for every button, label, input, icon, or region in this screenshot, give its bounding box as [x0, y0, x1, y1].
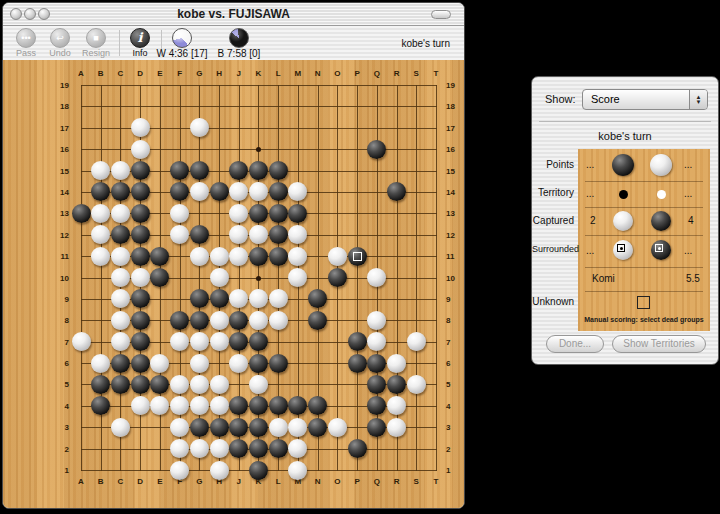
column-label-top: H [213, 69, 225, 78]
go-stone-F2[interactable] [170, 439, 189, 458]
go-stone-Q4[interactable] [367, 396, 386, 415]
captured-row-label: Captured [532, 215, 574, 226]
row-divider [585, 235, 703, 236]
go-stone-J9[interactable] [229, 289, 248, 308]
go-stone-F12[interactable] [170, 225, 189, 244]
hoshi-point [256, 147, 261, 152]
go-stone-L13[interactable] [269, 204, 288, 223]
go-stone-C11[interactable] [111, 247, 130, 266]
go-stone-M10[interactable] [288, 268, 307, 287]
black-clock: B 7:58 [0] [211, 28, 267, 59]
row-label-right: 10 [446, 274, 462, 283]
popup-arrows-icon: ▲▼ [689, 90, 707, 109]
captured-white-count: 2 [590, 215, 596, 226]
go-stone-F15[interactable] [170, 161, 189, 180]
column-label-top: G [193, 69, 205, 78]
go-stone-D7[interactable] [131, 332, 150, 351]
go-stone-N3[interactable] [308, 418, 327, 437]
column-label-top: T [430, 69, 442, 78]
go-stone-J4[interactable] [229, 396, 248, 415]
row-label-left: 15 [53, 167, 69, 176]
go-stone-F7[interactable] [170, 332, 189, 351]
go-stone-D8[interactable] [131, 311, 150, 330]
square-marker-icon [655, 244, 663, 252]
go-stone-K11[interactable] [249, 247, 268, 266]
go-stone-C15[interactable] [111, 161, 130, 180]
row-label-left: 4 [53, 402, 69, 411]
points-white-stone [650, 154, 672, 176]
show-popup-value: Score [591, 93, 620, 105]
column-label-top: A [75, 69, 87, 78]
row-label-left: 7 [53, 338, 69, 347]
go-stone-H5[interactable] [210, 375, 229, 394]
go-stone-K8[interactable] [249, 311, 268, 330]
column-label-bottom: B [95, 477, 107, 486]
column-label-top: F [174, 69, 186, 78]
score-table: ... ... ... ... 2 4 ... ... Komi 5.5 Man… [578, 149, 710, 331]
black-clock-icon [229, 28, 249, 48]
go-stone-C9[interactable] [111, 289, 130, 308]
go-stone-E4[interactable] [150, 396, 169, 415]
points-row-label: Points [532, 159, 574, 170]
column-label-bottom: J [233, 477, 245, 486]
row-divider [585, 291, 703, 292]
go-stone-D4[interactable] [131, 396, 150, 415]
go-stone-F14[interactable] [170, 182, 189, 201]
go-stone-F5[interactable] [170, 375, 189, 394]
go-stone-D6[interactable] [131, 354, 150, 373]
go-stone-B14[interactable] [91, 182, 110, 201]
toolbar-toggle-button[interactable] [431, 10, 451, 19]
go-stone-G8[interactable] [190, 311, 209, 330]
unknown-row-label: Unknown [532, 296, 574, 307]
column-label-top: D [134, 69, 146, 78]
go-stone-O11[interactable] [328, 247, 347, 266]
column-label-bottom: Q [371, 477, 383, 486]
row-label-right: 12 [446, 231, 462, 240]
undo-icon: ↩ [50, 28, 70, 48]
row-label-right: 9 [446, 295, 462, 304]
go-stone-D13[interactable] [131, 204, 150, 223]
column-label-top: Q [371, 69, 383, 78]
column-label-bottom: P [351, 477, 363, 486]
square-marker-icon [617, 244, 625, 252]
go-stone-G14[interactable] [190, 182, 209, 201]
row-label-right: 5 [446, 380, 462, 389]
go-stone-H3[interactable] [210, 418, 229, 437]
go-stone-L3[interactable] [269, 418, 288, 437]
go-stone-G6[interactable] [190, 354, 209, 373]
go-stone-G15[interactable] [190, 161, 209, 180]
go-stone-L9[interactable] [269, 289, 288, 308]
go-stone-J11[interactable] [229, 247, 248, 266]
go-stone-S7[interactable] [407, 332, 426, 351]
row-label-left: 6 [53, 359, 69, 368]
go-stone-H2[interactable] [210, 439, 229, 458]
go-stone-R5[interactable] [387, 375, 406, 394]
territory-row-label: Territory [532, 187, 574, 198]
go-stone-D10[interactable] [131, 268, 150, 287]
pass-icon: ••• [16, 28, 36, 48]
go-stone-M2[interactable] [288, 439, 307, 458]
grid-line-v [357, 85, 358, 471]
go-stone-P11[interactable] [348, 247, 367, 266]
go-stone-R4[interactable] [387, 396, 406, 415]
go-stone-K9[interactable] [249, 289, 268, 308]
surrounded-left-value: ... [586, 245, 594, 256]
go-stone-G2[interactable] [190, 439, 209, 458]
go-stone-L4[interactable] [269, 396, 288, 415]
go-stone-C13[interactable] [111, 204, 130, 223]
go-stone-R6[interactable] [387, 354, 406, 373]
captured-white-stone [613, 211, 633, 231]
row-label-left: 5 [53, 380, 69, 389]
go-stone-E6[interactable] [150, 354, 169, 373]
go-stone-K7[interactable] [249, 332, 268, 351]
points-white-value: ... [684, 159, 692, 170]
score-panel: Show: Score ▲▼ kobe's turn ... ... ... .… [531, 76, 719, 365]
go-stone-B12[interactable] [91, 225, 110, 244]
go-stone-H8[interactable] [210, 311, 229, 330]
komi-value: 5.5 [686, 273, 700, 284]
row-label-left: 13 [53, 209, 69, 218]
row-label-left: 17 [53, 124, 69, 133]
go-stone-B13[interactable] [91, 204, 110, 223]
go-stone-H1[interactable] [210, 461, 229, 480]
go-stone-Q10[interactable] [367, 268, 386, 287]
white-clock-icon [172, 28, 192, 48]
go-stone-J14[interactable] [229, 182, 248, 201]
go-stone-N8[interactable] [308, 311, 327, 330]
go-stone-O10[interactable] [328, 268, 347, 287]
go-stone-Q7[interactable] [367, 332, 386, 351]
captured-black-count: 4 [688, 215, 694, 226]
go-stone-L14[interactable] [269, 182, 288, 201]
column-label-top: E [154, 69, 166, 78]
row-label-right: 1 [446, 466, 462, 475]
go-stone-J7[interactable] [229, 332, 248, 351]
go-stone-Q6[interactable] [367, 354, 386, 373]
go-stone-K5[interactable] [249, 375, 268, 394]
territory-black-dot [619, 190, 628, 199]
go-stone-B11[interactable] [91, 247, 110, 266]
go-stone-L2[interactable] [269, 439, 288, 458]
row-label-left: 12 [53, 231, 69, 240]
go-stone-B6[interactable] [91, 354, 110, 373]
go-stone-M12[interactable] [288, 225, 307, 244]
go-stone-A7[interactable] [72, 332, 91, 351]
captured-black-stone [651, 211, 671, 231]
surrounded-right-value: ... [684, 245, 692, 256]
go-stone-Q3[interactable] [367, 418, 386, 437]
go-stone-G4[interactable] [190, 396, 209, 415]
column-label-top: K [252, 69, 264, 78]
row-label-left: 16 [53, 145, 69, 154]
go-stone-G5[interactable] [190, 375, 209, 394]
info-label: Info [132, 48, 147, 58]
column-label-top: L [272, 69, 284, 78]
go-stone-F1[interactable] [170, 461, 189, 480]
row-label-right: 13 [446, 209, 462, 218]
komi-label: Komi [592, 273, 615, 284]
go-stone-G3[interactable] [190, 418, 209, 437]
row-label-left: 14 [53, 188, 69, 197]
go-stone-C3[interactable] [111, 418, 130, 437]
points-black-value: ... [586, 159, 594, 170]
go-stone-D12[interactable] [131, 225, 150, 244]
toolbar: ••• Pass ↩ Undo ■ Resign i Info W 4:36 [… [3, 26, 464, 61]
column-label-bottom: D [134, 477, 146, 486]
territory-white-value: ... [684, 188, 692, 199]
row-label-right: 18 [446, 102, 462, 111]
go-stone-M13[interactable] [288, 204, 307, 223]
row-label-right: 6 [446, 359, 462, 368]
go-stone-P6[interactable] [348, 354, 367, 373]
go-stone-K3[interactable] [249, 418, 268, 437]
go-stone-B5[interactable] [91, 375, 110, 394]
black-clock-text: B 7:58 [0] [218, 48, 261, 59]
go-stone-C7[interactable] [111, 332, 130, 351]
row-label-left: 18 [53, 102, 69, 111]
column-label-top: N [312, 69, 324, 78]
go-stone-R3[interactable] [387, 418, 406, 437]
go-stone-D15[interactable] [131, 161, 150, 180]
column-label-bottom: A [75, 477, 87, 486]
territory-black-value: ... [586, 188, 594, 199]
go-stone-L6[interactable] [269, 354, 288, 373]
column-label-top: P [351, 69, 363, 78]
go-stone-C14[interactable] [111, 182, 130, 201]
done-button[interactable]: Done... [546, 335, 604, 353]
toolbar-separator [119, 30, 120, 56]
resign-label: Resign [82, 48, 110, 58]
pass-label: Pass [16, 48, 36, 58]
go-stone-N4[interactable] [308, 396, 327, 415]
go-stone-N9[interactable] [308, 289, 327, 308]
go-stone-L12[interactable] [269, 225, 288, 244]
go-stone-K2[interactable] [249, 439, 268, 458]
go-stone-M4[interactable] [288, 396, 307, 415]
go-stone-J13[interactable] [229, 204, 248, 223]
go-stone-G7[interactable] [190, 332, 209, 351]
show-territories-button[interactable]: Show Territories [612, 335, 706, 353]
go-board[interactable]: AABBCCDDEEFFGGHHJJKKLLMMNNOOPPQQRRSSTT19… [3, 60, 464, 508]
go-stone-H10[interactable] [210, 268, 229, 287]
row-label-left: 1 [53, 466, 69, 475]
column-label-top: O [331, 69, 343, 78]
go-stone-B15[interactable] [91, 161, 110, 180]
go-stone-G12[interactable] [190, 225, 209, 244]
surrounded-white-stone [613, 240, 633, 260]
info-icon: i [130, 28, 150, 48]
column-label-bottom: L [272, 477, 284, 486]
go-stone-E5[interactable] [150, 375, 169, 394]
go-stone-A13[interactable] [72, 204, 91, 223]
go-stone-J12[interactable] [229, 225, 248, 244]
turn-indicator: kobe's turn [401, 38, 450, 49]
row-divider [585, 181, 703, 182]
column-label-top: S [410, 69, 422, 78]
go-stone-G11[interactable] [190, 247, 209, 266]
go-stone-D5[interactable] [131, 375, 150, 394]
row-divider [585, 207, 703, 208]
row-label-left: 9 [53, 295, 69, 304]
territory-white-dot [657, 190, 666, 199]
go-stone-F3[interactable] [170, 418, 189, 437]
go-stone-G9[interactable] [190, 289, 209, 308]
row-label-left: 19 [53, 81, 69, 90]
unknown-checkbox[interactable] [637, 296, 650, 309]
go-stone-L8[interactable] [269, 311, 288, 330]
go-stone-Q8[interactable] [367, 311, 386, 330]
go-stone-B4[interactable] [91, 396, 110, 415]
column-label-bottom: E [154, 477, 166, 486]
go-stone-L11[interactable] [269, 247, 288, 266]
manual-scoring-text: Manual scoring: select dead groups [578, 316, 710, 323]
resign-icon: ■ [86, 28, 106, 48]
go-stone-O3[interactable] [328, 418, 347, 437]
column-label-top: J [233, 69, 245, 78]
go-stone-Q5[interactable] [367, 375, 386, 394]
column-label-bottom: N [312, 477, 324, 486]
row-label-left: 11 [53, 252, 69, 261]
go-stone-C5[interactable] [111, 375, 130, 394]
window-title: kobe vs. FUJISAWA [3, 7, 464, 21]
surrounded-black-stone [651, 240, 671, 260]
go-stone-M11[interactable] [288, 247, 307, 266]
panel-divider [539, 121, 711, 122]
go-stone-H9[interactable] [210, 289, 229, 308]
go-stone-S5[interactable] [407, 375, 426, 394]
column-label-top: B [95, 69, 107, 78]
white-clock-text: W 4:36 [17] [156, 48, 207, 59]
undo-label: Undo [49, 48, 71, 58]
go-stone-H11[interactable] [210, 247, 229, 266]
go-stone-M1[interactable] [288, 461, 307, 480]
go-stone-P7[interactable] [348, 332, 367, 351]
row-label-right: 8 [446, 316, 462, 325]
go-stone-D11[interactable] [131, 247, 150, 266]
go-stone-J3[interactable] [229, 418, 248, 437]
go-stone-C8[interactable] [111, 311, 130, 330]
surrounded-row-label: Surrounded [532, 244, 574, 254]
column-label-top: M [292, 69, 304, 78]
row-label-right: 11 [446, 252, 462, 261]
go-stone-H4[interactable] [210, 396, 229, 415]
column-label-bottom: R [391, 477, 403, 486]
column-label-top: R [391, 69, 403, 78]
go-stone-L15[interactable] [269, 161, 288, 180]
game-window: kobe vs. FUJISAWA ••• Pass ↩ Undo ■ Resi… [2, 2, 465, 509]
go-stone-M3[interactable] [288, 418, 307, 437]
row-label-right: 4 [446, 402, 462, 411]
row-label-right: 17 [446, 124, 462, 133]
column-label-bottom: O [331, 477, 343, 486]
white-clock: W 4:36 [17] [151, 28, 213, 59]
row-label-right: 7 [446, 338, 462, 347]
resign-button[interactable]: ■ Resign [79, 28, 113, 58]
go-stone-M14[interactable] [288, 182, 307, 201]
show-popup[interactable]: Score ▲▼ [582, 89, 708, 110]
go-stone-E11[interactable] [150, 247, 169, 266]
go-stone-F13[interactable] [170, 204, 189, 223]
go-stone-F4[interactable] [170, 396, 189, 415]
go-stone-D9[interactable] [131, 289, 150, 308]
column-label-bottom: T [430, 477, 442, 486]
go-stone-G17[interactable] [190, 118, 209, 137]
go-stone-K15[interactable] [249, 161, 268, 180]
row-label-left: 10 [53, 274, 69, 283]
go-stone-E10[interactable] [150, 268, 169, 287]
pass-button[interactable]: ••• Pass [11, 28, 41, 58]
go-stone-D17[interactable] [131, 118, 150, 137]
points-black-stone [612, 154, 634, 176]
row-label-left: 8 [53, 316, 69, 325]
go-stone-J6[interactable] [229, 354, 248, 373]
go-stone-J2[interactable] [229, 439, 248, 458]
go-stone-J15[interactable] [229, 161, 248, 180]
go-stone-F8[interactable] [170, 311, 189, 330]
column-label-bottom: G [193, 477, 205, 486]
row-label-right: 16 [446, 145, 462, 154]
go-stone-C6[interactable] [111, 354, 130, 373]
show-label: Show: [545, 93, 576, 105]
go-stone-R14[interactable] [387, 182, 406, 201]
go-stone-H7[interactable] [210, 332, 229, 351]
row-label-right: 3 [446, 423, 462, 432]
go-stone-K1[interactable] [249, 461, 268, 480]
last-move-marker [353, 252, 362, 261]
go-stone-K13[interactable] [249, 204, 268, 223]
go-stone-H14[interactable] [210, 182, 229, 201]
go-stone-D16[interactable] [131, 140, 150, 159]
row-divider [585, 267, 703, 268]
column-label-bottom: C [114, 477, 126, 486]
go-stone-D14[interactable] [131, 182, 150, 201]
go-stone-K6[interactable] [249, 354, 268, 373]
hoshi-point [256, 276, 261, 281]
row-label-right: 19 [446, 81, 462, 90]
column-label-bottom: S [410, 477, 422, 486]
go-stone-P2[interactable] [348, 439, 367, 458]
row-label-left: 2 [53, 445, 69, 454]
column-label-top: C [114, 69, 126, 78]
row-label-right: 2 [446, 445, 462, 454]
go-stone-K14[interactable] [249, 182, 268, 201]
title-bar[interactable]: kobe vs. FUJISAWA [3, 3, 464, 26]
go-stone-K12[interactable] [249, 225, 268, 244]
go-stone-Q16[interactable] [367, 140, 386, 159]
go-stone-K4[interactable] [249, 396, 268, 415]
panel-turn-text: kobe's turn [532, 130, 718, 142]
row-label-left: 3 [53, 423, 69, 432]
go-stone-C12[interactable] [111, 225, 130, 244]
row-label-right: 14 [446, 188, 462, 197]
go-stone-C10[interactable] [111, 268, 130, 287]
grid-line-v [416, 85, 417, 471]
undo-button[interactable]: ↩ Undo [45, 28, 75, 58]
grid-line-v [436, 85, 437, 471]
go-stone-J8[interactable] [229, 311, 248, 330]
row-label-right: 15 [446, 167, 462, 176]
